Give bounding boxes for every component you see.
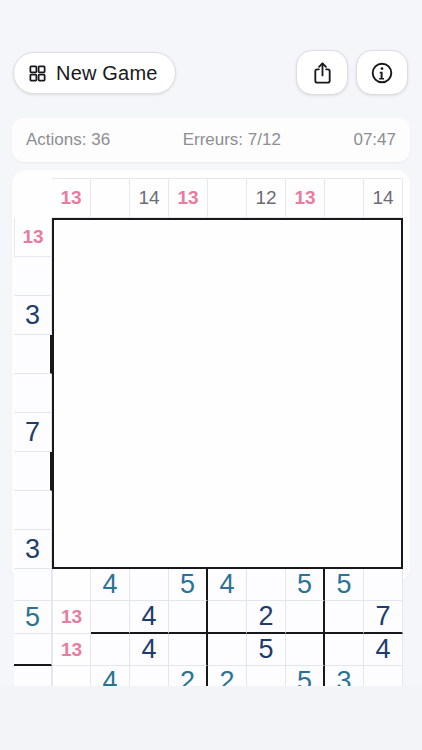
board-outer-border xyxy=(52,218,403,569)
board-cell-r2c2[interactable] xyxy=(130,569,169,601)
board-cell-r2c8[interactable] xyxy=(364,569,403,601)
top-clue-col3: 14 xyxy=(130,178,169,218)
board-cell-r1c9[interactable] xyxy=(14,569,52,601)
board-cell-r1c4[interactable] xyxy=(14,374,52,413)
top-clue-col4: 13 xyxy=(169,178,208,218)
share-icon xyxy=(311,60,334,86)
share-button[interactable] xyxy=(296,50,348,95)
app-screen: New Game Actions: 36 Erreurs: 7/12 07: xyxy=(0,0,422,750)
top-clue-col9: 14 xyxy=(364,178,403,218)
status-bar: Actions: 36 Erreurs: 7/12 07:47 xyxy=(12,118,410,162)
board-cell-r4c8[interactable]: 4 xyxy=(364,634,403,666)
actions-counter: Actions: 36 xyxy=(26,130,110,150)
board-cell-r2c9[interactable]: 5 xyxy=(14,601,52,634)
board-cell-r1c3[interactable] xyxy=(14,335,52,374)
board-cell-r2c4[interactable]: 4 xyxy=(208,569,247,601)
top-clue-col7: 13 xyxy=(286,178,325,218)
left-clue-row4: 13 xyxy=(52,634,91,666)
board-cell-r3c1[interactable] xyxy=(91,601,130,634)
top-clue-col2 xyxy=(91,178,130,218)
errors-counter: Erreurs: 7/12 xyxy=(183,130,281,150)
board-cell-r3c6[interactable] xyxy=(286,601,325,634)
board-cell-r4c2[interactable]: 4 xyxy=(130,634,169,666)
new-game-button[interactable]: New Game xyxy=(13,52,176,94)
left-clue-row2 xyxy=(52,569,91,601)
board-cell-r2c6[interactable]: 5 xyxy=(286,569,325,601)
board-cell-r1c1[interactable] xyxy=(14,257,52,296)
board-cell-r4c4[interactable] xyxy=(208,634,247,666)
board-cell-r3c8[interactable]: 7 xyxy=(364,601,403,634)
info-icon xyxy=(369,60,395,86)
board-cell-r3c2[interactable]: 4 xyxy=(130,601,169,634)
bottom-area xyxy=(0,686,422,750)
puzzle-grid: 1314131213141337345455513427134544225381… xyxy=(14,178,403,750)
board-cell-r1c2[interactable]: 3 xyxy=(14,296,52,335)
new-game-label: New Game xyxy=(56,62,158,85)
board-cell-r4c7[interactable] xyxy=(325,634,364,666)
board-cell-r2c1[interactable]: 4 xyxy=(91,569,130,601)
top-clue-col1: 13 xyxy=(52,178,91,218)
grid-icon xyxy=(28,64,47,83)
timer: 07:47 xyxy=(353,130,396,150)
board-cell-r2c7[interactable]: 5 xyxy=(325,569,364,601)
board-cell-r3c3[interactable] xyxy=(169,601,208,634)
board-cell-r4c6[interactable] xyxy=(286,634,325,666)
board-cell-r1c7[interactable] xyxy=(14,491,52,530)
board-cell-r3c7[interactable] xyxy=(325,601,364,634)
board-cell-r1c5[interactable]: 7 xyxy=(14,413,52,452)
info-button[interactable] xyxy=(356,50,408,95)
board-cell-r2c5[interactable] xyxy=(247,569,286,601)
corner-cell xyxy=(14,178,52,218)
left-clue-row3: 13 xyxy=(52,601,91,634)
board-cell-r4c5[interactable]: 5 xyxy=(247,634,286,666)
board-cell-r3c9[interactable] xyxy=(14,634,52,666)
top-clue-col6: 12 xyxy=(247,178,286,218)
board-cell-r3c5[interactable]: 2 xyxy=(247,601,286,634)
board-cell-r2c3[interactable]: 5 xyxy=(169,569,208,601)
board-cell-r3c4[interactable] xyxy=(208,601,247,634)
top-clue-col5 xyxy=(208,178,247,218)
board-cell-r4c1[interactable] xyxy=(91,634,130,666)
board-cell-r1c8[interactable]: 3 xyxy=(14,530,52,569)
board-cell-r4c3[interactable] xyxy=(169,634,208,666)
left-clue-row1: 13 xyxy=(14,218,52,257)
board-cell-r1c6[interactable] xyxy=(14,452,52,491)
top-clue-col8 xyxy=(325,178,364,218)
